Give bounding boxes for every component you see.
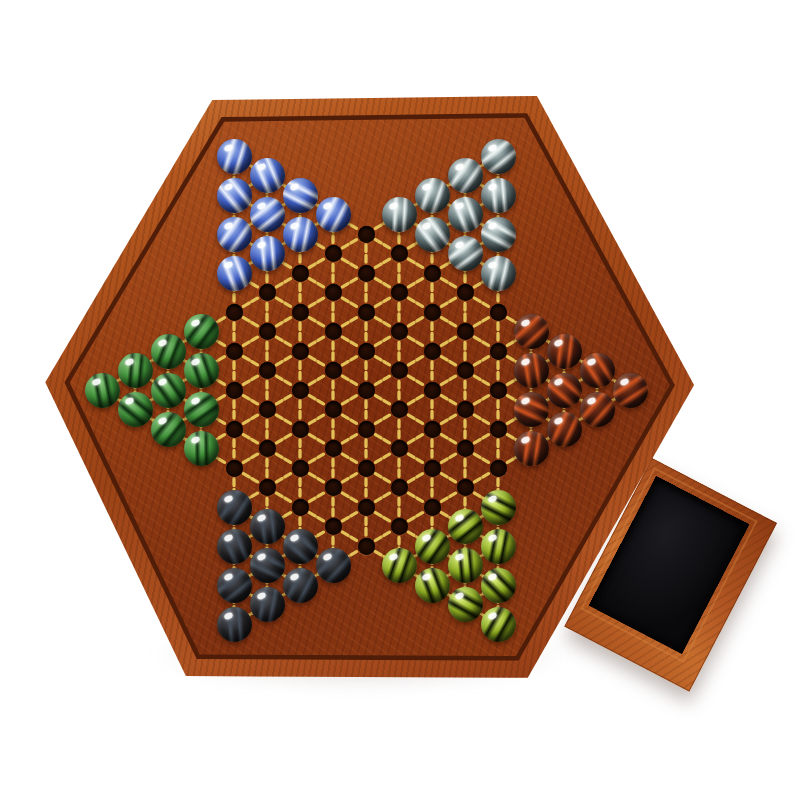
board-hole[interactable] — [259, 323, 276, 340]
marble-gray-white[interactable] — [415, 217, 450, 252]
board-hole[interactable] — [391, 284, 408, 301]
marble-blue[interactable] — [217, 139, 252, 174]
board-hole[interactable] — [259, 479, 276, 496]
board-hole[interactable] — [391, 323, 408, 340]
board-hole[interactable] — [457, 323, 474, 340]
marble-yellow-green[interactable] — [448, 587, 483, 622]
board-hole[interactable] — [424, 421, 441, 438]
marble-red-black[interactable] — [547, 412, 582, 447]
board-hole[interactable] — [490, 460, 507, 477]
marble-red-black[interactable] — [580, 353, 615, 388]
marble-yellow-green[interactable] — [415, 529, 450, 564]
board-hole[interactable] — [358, 226, 375, 243]
board-hole[interactable] — [325, 323, 342, 340]
marble-blue[interactable] — [217, 178, 252, 213]
marble-black[interactable] — [283, 568, 318, 603]
board-hole[interactable] — [490, 343, 507, 360]
board-hole[interactable] — [226, 343, 243, 360]
marble-gray-white[interactable] — [415, 178, 450, 213]
marble-gray-white[interactable] — [448, 236, 483, 271]
board-hole[interactable] — [457, 479, 474, 496]
board-hole[interactable] — [292, 343, 309, 360]
board-hole[interactable] — [358, 460, 375, 477]
board-hole[interactable] — [358, 421, 375, 438]
marble-green[interactable] — [184, 392, 219, 427]
marble-yellow-green[interactable] — [415, 568, 450, 603]
board-hole[interactable] — [226, 382, 243, 399]
marble-black[interactable] — [250, 587, 285, 622]
marble-yellow-green[interactable] — [481, 568, 516, 603]
marble-green[interactable] — [184, 353, 219, 388]
board-hole[interactable] — [325, 362, 342, 379]
marble-green[interactable] — [151, 373, 186, 408]
board-hole[interactable] — [424, 382, 441, 399]
marble-yellow-green[interactable] — [481, 490, 516, 525]
marble-yellow-green[interactable] — [448, 509, 483, 544]
marble-red-black[interactable] — [547, 373, 582, 408]
marble-black[interactable] — [250, 509, 285, 544]
board-hole[interactable] — [325, 284, 342, 301]
marble-green[interactable] — [184, 431, 219, 466]
board-hole[interactable] — [424, 265, 441, 282]
marble-blue[interactable] — [283, 178, 318, 213]
board-hole[interactable] — [391, 245, 408, 262]
marble-red-black[interactable] — [514, 392, 549, 427]
board-hole[interactable] — [457, 362, 474, 379]
board-hole[interactable] — [391, 440, 408, 457]
board-hole[interactable] — [457, 284, 474, 301]
marble-yellow-green[interactable] — [481, 607, 516, 642]
board-hole[interactable] — [457, 401, 474, 418]
marble-red-black[interactable] — [514, 431, 549, 466]
board-hole[interactable] — [325, 401, 342, 418]
board-hole[interactable] — [424, 460, 441, 477]
board-hole[interactable] — [424, 343, 441, 360]
board-hole[interactable] — [358, 343, 375, 360]
board-hole[interactable] — [292, 499, 309, 516]
product-photo-stage — [0, 0, 800, 800]
marble-green[interactable] — [151, 334, 186, 369]
marble-green[interactable] — [85, 373, 120, 408]
marble-blue[interactable] — [283, 217, 318, 252]
board-hole[interactable] — [292, 265, 309, 282]
marble-gray-white[interactable] — [481, 217, 516, 252]
marble-blue[interactable] — [250, 197, 285, 232]
marble-green[interactable] — [118, 353, 153, 388]
marble-blue[interactable] — [250, 236, 285, 271]
marble-green[interactable] — [118, 392, 153, 427]
board-hole[interactable] — [226, 460, 243, 477]
marble-black[interactable] — [217, 568, 252, 603]
board-hole[interactable] — [259, 440, 276, 457]
marble-yellow-green[interactable] — [448, 548, 483, 583]
marble-red-black[interactable] — [547, 334, 582, 369]
board-hole[interactable] — [292, 460, 309, 477]
board-hole[interactable] — [292, 421, 309, 438]
marble-yellow-green[interactable] — [481, 529, 516, 564]
board-hole[interactable] — [226, 421, 243, 438]
board-hole[interactable] — [424, 304, 441, 321]
board-hole[interactable] — [358, 304, 375, 321]
marble-black[interactable] — [283, 529, 318, 564]
marble-blue[interactable] — [217, 217, 252, 252]
board-hole[interactable] — [358, 538, 375, 555]
marble-red-black[interactable] — [514, 353, 549, 388]
board-hole[interactable] — [358, 499, 375, 516]
marble-gray-white[interactable] — [481, 178, 516, 213]
board-hole[interactable] — [391, 401, 408, 418]
board-hole[interactable] — [292, 382, 309, 399]
board-hole[interactable] — [226, 304, 243, 321]
marble-black[interactable] — [217, 607, 252, 642]
board-hole[interactable] — [391, 518, 408, 535]
marble-black[interactable] — [217, 529, 252, 564]
marble-green[interactable] — [184, 314, 219, 349]
board-hole[interactable] — [490, 304, 507, 321]
marble-blue[interactable] — [250, 158, 285, 193]
marble-black[interactable] — [217, 490, 252, 525]
board-hole[interactable] — [358, 265, 375, 282]
marble-red-black[interactable] — [580, 392, 615, 427]
board-hole[interactable] — [457, 440, 474, 457]
board-hole[interactable] — [259, 401, 276, 418]
marble-black[interactable] — [250, 548, 285, 583]
board-hole[interactable] — [490, 421, 507, 438]
chinese-checkers-board — [0, 0, 800, 800]
board-hole[interactable] — [292, 304, 309, 321]
marble-black[interactable] — [316, 548, 351, 583]
board-hole[interactable] — [490, 382, 507, 399]
board-hole[interactable] — [325, 440, 342, 457]
board-hole[interactable] — [259, 284, 276, 301]
board-hole[interactable] — [391, 362, 408, 379]
marble-blue[interactable] — [217, 256, 252, 291]
marble-gray-white[interactable] — [481, 256, 516, 291]
marble-yellow-green[interactable] — [382, 548, 417, 583]
board-hole[interactable] — [325, 518, 342, 535]
marble-gray-white[interactable] — [448, 158, 483, 193]
board-hole[interactable] — [358, 382, 375, 399]
board-hole[interactable] — [259, 362, 276, 379]
marble-green[interactable] — [151, 412, 186, 447]
marble-blue[interactable] — [316, 197, 351, 232]
marble-gray-white[interactable] — [382, 197, 417, 232]
board-hole[interactable] — [424, 499, 441, 516]
board-hole[interactable] — [325, 479, 342, 496]
board-hole[interactable] — [325, 245, 342, 262]
marble-red-black[interactable] — [613, 373, 648, 408]
marble-gray-white[interactable] — [481, 139, 516, 174]
marble-red-black[interactable] — [514, 314, 549, 349]
marble-gray-white[interactable] — [448, 197, 483, 232]
board-hole[interactable] — [391, 479, 408, 496]
